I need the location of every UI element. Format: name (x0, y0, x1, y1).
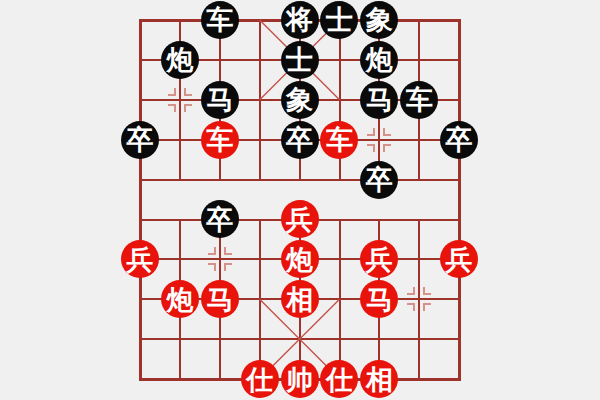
board-point[interactable] (240, 319, 280, 359)
board-point[interactable] (439, 279, 479, 319)
board-point[interactable]: 兵 (359, 239, 399, 279)
board-point[interactable] (280, 160, 320, 200)
board-point[interactable] (399, 160, 439, 200)
board-point[interactable] (439, 359, 479, 399)
board-point[interactable] (120, 319, 160, 359)
board-point[interactable] (160, 80, 200, 120)
board-point[interactable]: 相 (280, 279, 320, 319)
piece-black-elephant[interactable]: 象 (281, 81, 319, 119)
board-point[interactable] (120, 40, 160, 80)
board-point[interactable]: 兵 (280, 200, 320, 240)
board-point[interactable]: 兵 (439, 239, 479, 279)
board-point[interactable] (320, 160, 360, 200)
piece-red-chariot[interactable]: 车 (201, 121, 239, 159)
board-point[interactable] (240, 200, 280, 240)
board-point[interactable] (240, 160, 280, 200)
board-point[interactable]: 象 (359, 0, 399, 40)
board-point[interactable] (160, 319, 200, 359)
board-point[interactable]: 马 (200, 80, 240, 120)
board-point[interactable] (120, 0, 160, 40)
piece-black-horse[interactable]: 马 (201, 81, 239, 119)
board-point[interactable]: 马 (359, 279, 399, 319)
piece-black-cannon[interactable]: 炮 (360, 41, 398, 79)
board-point[interactable]: 卒 (439, 120, 479, 160)
piece-red-elephant[interactable]: 相 (281, 280, 319, 318)
board-point[interactable] (160, 359, 200, 399)
piece-red-soldier[interactable]: 兵 (121, 240, 159, 278)
board-point[interactable]: 卒 (120, 120, 160, 160)
piece-red-chariot[interactable]: 车 (320, 121, 358, 159)
board-point[interactable] (399, 279, 439, 319)
board-point[interactable]: 炮 (359, 40, 399, 80)
piece-red-horse[interactable]: 马 (201, 280, 239, 318)
piece-red-elephant[interactable]: 相 (360, 360, 398, 398)
board-point[interactable] (240, 120, 280, 160)
board-point[interactable] (160, 160, 200, 200)
board-point[interactable] (200, 359, 240, 399)
board-point[interactable] (120, 200, 160, 240)
board-point[interactable] (240, 80, 280, 120)
piece-red-advisor[interactable]: 仕 (320, 360, 358, 398)
piece-red-soldier[interactable]: 兵 (360, 240, 398, 278)
board-point[interactable] (240, 40, 280, 80)
board-point[interactable] (399, 120, 439, 160)
xiangqi-screen: 车将士象炮士炮马象马车卒车卒车卒卒卒兵兵炮兵兵炮马相马仕帅仕相 (0, 0, 600, 400)
board-point[interactable]: 车 (200, 0, 240, 40)
board-point[interactable] (160, 0, 200, 40)
board-point[interactable]: 马 (200, 279, 240, 319)
board-point[interactable]: 士 (280, 40, 320, 80)
board-point[interactable] (240, 0, 280, 40)
board-point[interactable] (439, 160, 479, 200)
board-point[interactable] (160, 239, 200, 279)
board-point[interactable] (439, 40, 479, 80)
board-point[interactable] (439, 200, 479, 240)
board-point[interactable]: 车 (200, 120, 240, 160)
board-point[interactable] (120, 279, 160, 319)
piece-black-soldier[interactable]: 卒 (281, 121, 319, 159)
board-point[interactable] (160, 120, 200, 160)
board-point[interactable] (439, 319, 479, 359)
piece-red-cannon[interactable]: 炮 (161, 280, 199, 318)
board-point[interactable] (280, 319, 320, 359)
board-point[interactable] (120, 80, 160, 120)
board-point[interactable] (359, 120, 399, 160)
board-point[interactable]: 仕 (240, 359, 280, 399)
board-point[interactable] (359, 200, 399, 240)
board-point[interactable]: 象 (280, 80, 320, 120)
board-point[interactable]: 卒 (200, 200, 240, 240)
board-point[interactable]: 车 (399, 80, 439, 120)
board-point[interactable] (120, 359, 160, 399)
board-point[interactable] (399, 40, 439, 80)
board-point[interactable] (320, 319, 360, 359)
xiangqi-board: 车将士象炮士炮马象马车卒车卒车卒卒卒兵兵炮兵兵炮马相马仕帅仕相 (120, 0, 479, 399)
board-point[interactable] (399, 319, 439, 359)
piece-black-cannon[interactable]: 炮 (161, 41, 199, 79)
board-point[interactable] (399, 0, 439, 40)
board-point[interactable] (320, 279, 360, 319)
board-point[interactable]: 炮 (280, 239, 320, 279)
board-point[interactable]: 士 (320, 0, 360, 40)
piece-black-general[interactable]: 将 (281, 1, 319, 39)
piece-black-advisor[interactable]: 士 (320, 1, 358, 39)
piece-red-soldier[interactable]: 兵 (440, 240, 478, 278)
board-point[interactable] (399, 200, 439, 240)
piece-black-soldier[interactable]: 卒 (360, 161, 398, 199)
board-point[interactable] (320, 200, 360, 240)
board-point[interactable]: 炮 (160, 279, 200, 319)
board-point[interactable] (320, 239, 360, 279)
piece-black-advisor[interactable]: 士 (281, 41, 319, 79)
piece-red-advisor[interactable]: 仕 (241, 360, 279, 398)
board-point[interactable] (320, 80, 360, 120)
piece-black-chariot[interactable]: 车 (400, 81, 438, 119)
board-point[interactable]: 卒 (359, 160, 399, 200)
board-point[interactable]: 仕 (320, 359, 360, 399)
board-point[interactable] (439, 0, 479, 40)
board-point[interactable]: 炮 (160, 40, 200, 80)
board-point[interactable] (399, 239, 439, 279)
board-point[interactable]: 帅 (280, 359, 320, 399)
piece-black-horse[interactable]: 马 (360, 81, 398, 119)
board-point[interactable]: 卒 (280, 120, 320, 160)
board-point[interactable]: 兵 (120, 239, 160, 279)
piece-red-general[interactable]: 帅 (281, 360, 319, 398)
board-point[interactable] (320, 40, 360, 80)
board-point[interactable]: 车 (320, 120, 360, 160)
board-point[interactable] (120, 160, 160, 200)
piece-black-elephant[interactable]: 象 (360, 1, 398, 39)
board-point[interactable]: 将 (280, 0, 320, 40)
piece-red-horse[interactable]: 马 (360, 280, 398, 318)
board-point[interactable] (200, 239, 240, 279)
board-point[interactable] (240, 279, 280, 319)
board-point[interactable]: 马 (359, 80, 399, 120)
board-point[interactable] (240, 239, 280, 279)
piece-black-chariot[interactable]: 车 (201, 1, 239, 39)
board-point[interactable] (160, 200, 200, 240)
board-point[interactable]: 相 (359, 359, 399, 399)
piece-red-cannon[interactable]: 炮 (281, 240, 319, 278)
piece-red-soldier[interactable]: 兵 (281, 200, 319, 238)
board-point[interactable] (200, 160, 240, 200)
board-point[interactable] (439, 80, 479, 120)
piece-black-soldier[interactable]: 卒 (121, 121, 159, 159)
board-point[interactable] (359, 319, 399, 359)
board-point[interactable] (399, 359, 439, 399)
board-point[interactable] (200, 40, 240, 80)
piece-black-soldier[interactable]: 卒 (201, 200, 239, 238)
piece-black-soldier[interactable]: 卒 (440, 121, 478, 159)
board-point[interactable] (200, 319, 240, 359)
